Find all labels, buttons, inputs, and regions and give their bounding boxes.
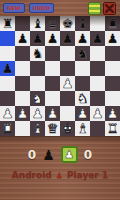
- square-e5[interactable]: [60, 61, 75, 76]
- square-h1[interactable]: ♜: [105, 121, 120, 136]
- square-a3[interactable]: [0, 91, 15, 106]
- chess-app: NEW UNDO ♜♝♛♚♝♜♟♟♟♟♟♟♟♞♞♟♟♞♞♟♟♟♟♟♟♟♜♝♛♚♝…: [0, 0, 120, 200]
- square-c8[interactable]: ♝: [30, 16, 45, 31]
- square-c6[interactable]: ♞: [30, 46, 45, 61]
- square-c3[interactable]: ♞: [30, 91, 45, 106]
- square-a5[interactable]: ♟: [0, 61, 15, 76]
- close-icon[interactable]: [103, 2, 116, 15]
- square-e8[interactable]: ♚: [60, 16, 75, 31]
- black-rook-h8: ♜: [107, 16, 119, 31]
- black-pawn-e7: ♟: [62, 31, 74, 46]
- white-pawn-icon: ♟: [64, 148, 74, 161]
- square-h5[interactable]: [105, 61, 120, 76]
- square-c1[interactable]: ♝: [30, 121, 45, 136]
- black-pawn-g7: ♟: [92, 31, 104, 46]
- black-pawn-b7: ♟: [17, 31, 29, 46]
- chess-board: ♜♝♛♚♝♜♟♟♟♟♟♟♟♞♞♟♟♞♞♟♟♟♟♟♟♟♜♝♛♚♝♜: [0, 16, 120, 136]
- square-d6[interactable]: [45, 46, 60, 61]
- square-g7[interactable]: ♟: [90, 31, 105, 46]
- undo-button[interactable]: UNDO: [29, 3, 54, 13]
- square-c2[interactable]: ♟: [30, 106, 45, 121]
- x-glyph: [105, 4, 114, 13]
- white-knight-c3: ♞: [32, 91, 44, 106]
- black-bishop-c8: ♝: [32, 16, 44, 31]
- square-f4[interactable]: [75, 76, 90, 91]
- level-icon[interactable]: [88, 2, 101, 15]
- square-d4[interactable]: [45, 76, 60, 91]
- black-pawn-icon: ♟: [42, 148, 55, 162]
- square-g6[interactable]: [90, 46, 105, 61]
- square-e6[interactable]: [60, 46, 75, 61]
- black-pawn-a5: ♟: [2, 61, 14, 76]
- square-h3[interactable]: [105, 91, 120, 106]
- square-e3[interactable]: [60, 91, 75, 106]
- white-rook-h1: ♜: [107, 121, 119, 136]
- white-king-e1: ♚: [62, 121, 74, 136]
- black-pawn-f7: ♟: [77, 31, 89, 46]
- square-c7[interactable]: ♟: [30, 31, 45, 46]
- status-panel: 0 ♟ ♟ 0 Android ♟ Player 1: [0, 136, 120, 200]
- square-d2[interactable]: ♟: [45, 106, 60, 121]
- square-f3[interactable]: ♞: [75, 91, 90, 106]
- white-pawn-a2: ♟: [2, 106, 14, 121]
- square-e1[interactable]: ♚: [60, 121, 75, 136]
- square-d7[interactable]: ♟: [45, 31, 60, 46]
- black-bishop-f8: ♝: [77, 16, 89, 31]
- red-pawn-icon: ♟: [56, 171, 63, 180]
- square-b1[interactable]: [15, 121, 30, 136]
- white-pawn-b2: ♟: [17, 106, 29, 121]
- square-g4[interactable]: [90, 76, 105, 91]
- black-knight-f6: ♞: [77, 46, 89, 61]
- square-b7[interactable]: ♟: [15, 31, 30, 46]
- square-h7[interactable]: ♟: [105, 31, 120, 46]
- square-g8[interactable]: [90, 16, 105, 31]
- square-g3[interactable]: [90, 91, 105, 106]
- white-bishop-c1: ♝: [32, 121, 44, 136]
- square-a4[interactable]: [0, 76, 15, 91]
- square-a2[interactable]: ♟: [0, 106, 15, 121]
- black-player-name: Android: [12, 170, 52, 180]
- square-h2[interactable]: ♟: [105, 106, 120, 121]
- black-queen-d8: ♛: [47, 16, 59, 31]
- white-pawn-e4: ♟: [62, 76, 74, 91]
- square-d1[interactable]: ♛: [45, 121, 60, 136]
- square-a8[interactable]: ♜: [0, 16, 15, 31]
- square-a1[interactable]: ♜: [0, 121, 15, 136]
- square-f5[interactable]: [75, 61, 90, 76]
- players-caption: Android ♟ Player 1: [0, 170, 120, 180]
- square-f2[interactable]: ♟: [75, 106, 90, 121]
- square-e4[interactable]: ♟: [60, 76, 75, 91]
- black-score: 0: [28, 148, 36, 162]
- square-c4[interactable]: [30, 76, 45, 91]
- white-score: 0: [84, 148, 92, 162]
- square-f7[interactable]: ♟: [75, 31, 90, 46]
- white-pawn-d2: ♟: [47, 106, 59, 121]
- square-d5[interactable]: [45, 61, 60, 76]
- black-pawn-d7: ♟: [47, 31, 59, 46]
- square-b8[interactable]: [15, 16, 30, 31]
- new-button[interactable]: NEW: [3, 3, 25, 13]
- black-pawn-h7: ♟: [107, 31, 119, 46]
- white-turn-indicator: ♟: [61, 146, 78, 163]
- white-rook-a1: ♜: [2, 121, 14, 136]
- white-pawn-f2: ♟: [77, 106, 89, 121]
- square-a6[interactable]: [0, 46, 15, 61]
- square-e2[interactable]: [60, 106, 75, 121]
- white-knight-f3: ♞: [77, 91, 89, 106]
- square-c5[interactable]: [30, 61, 45, 76]
- square-b5[interactable]: [15, 61, 30, 76]
- square-h4[interactable]: [105, 76, 120, 91]
- square-a7[interactable]: [0, 31, 15, 46]
- black-knight-c6: ♞: [32, 46, 44, 61]
- square-h6[interactable]: [105, 46, 120, 61]
- white-bishop-f1: ♝: [77, 121, 89, 136]
- white-pawn-g2: ♟: [92, 106, 104, 121]
- white-pawn-h2: ♟: [107, 106, 119, 121]
- square-b2[interactable]: ♟: [15, 106, 30, 121]
- square-f6[interactable]: ♞: [75, 46, 90, 61]
- black-rook-a8: ♜: [2, 16, 14, 31]
- white-player-name: Player 1: [67, 170, 108, 180]
- square-e7[interactable]: ♟: [60, 31, 75, 46]
- white-queen-d1: ♛: [47, 121, 59, 136]
- white-pawn-c2: ♟: [32, 106, 44, 121]
- square-g2[interactable]: ♟: [90, 106, 105, 121]
- square-h8[interactable]: ♜: [105, 16, 120, 31]
- square-f1[interactable]: ♝: [75, 121, 90, 136]
- square-b3[interactable]: [15, 91, 30, 106]
- toolbar: NEW UNDO: [0, 0, 120, 16]
- square-g1[interactable]: [90, 121, 105, 136]
- square-b4[interactable]: [15, 76, 30, 91]
- capture-bar: 0 ♟ ♟ 0: [0, 136, 120, 163]
- black-king-e8: ♚: [62, 16, 74, 31]
- square-d8[interactable]: ♛: [45, 16, 60, 31]
- square-b6[interactable]: [15, 46, 30, 61]
- square-g5[interactable]: [90, 61, 105, 76]
- square-f8[interactable]: ♝: [75, 16, 90, 31]
- black-pawn-c7: ♟: [32, 31, 44, 46]
- square-d3[interactable]: [45, 91, 60, 106]
